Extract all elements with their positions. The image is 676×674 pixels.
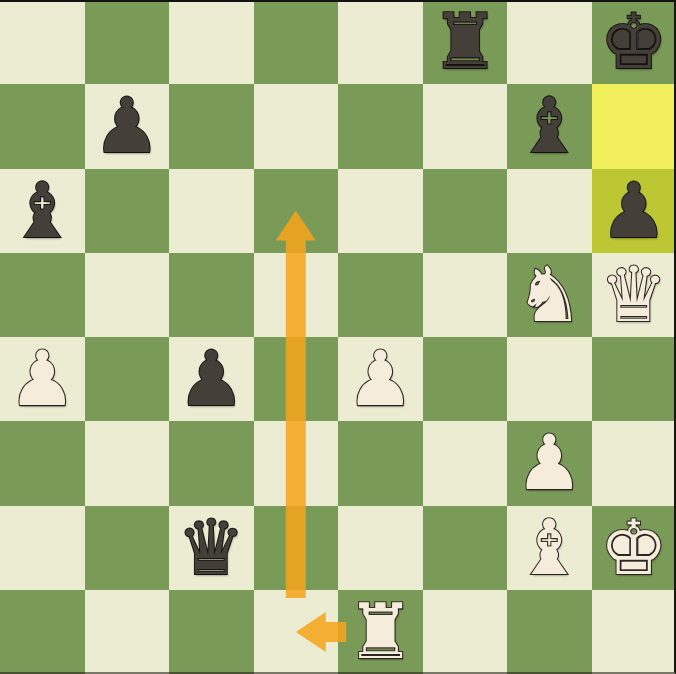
piece-white-pawn-a4[interactable]: ♟ bbox=[8, 341, 76, 417]
square-d3[interactable] bbox=[254, 421, 339, 505]
piece-black-pawn-h6[interactable]: ♟ bbox=[600, 173, 668, 249]
square-c8[interactable] bbox=[169, 0, 254, 84]
square-g7[interactable]: ♝ bbox=[507, 84, 592, 168]
square-g8[interactable] bbox=[507, 0, 592, 84]
square-b8[interactable] bbox=[85, 0, 170, 84]
piece-white-bishop-g2[interactable]: ♝ bbox=[515, 510, 583, 586]
piece-black-rook-f8[interactable]: ♜ bbox=[431, 4, 499, 80]
square-a6[interactable]: ♝ bbox=[0, 169, 85, 253]
piece-black-pawn-c4[interactable]: ♟ bbox=[177, 341, 245, 417]
piece-white-queen-h5[interactable]: ♛ bbox=[600, 257, 668, 333]
square-b1[interactable] bbox=[85, 590, 170, 674]
square-f5[interactable] bbox=[423, 253, 508, 337]
square-c7[interactable] bbox=[169, 84, 254, 168]
square-e2[interactable] bbox=[338, 506, 423, 590]
chess-board-wrap: ♜♚♟♝♝♟♞♛♟♟♟♟♛♝♚♜ bbox=[0, 0, 676, 674]
square-e8[interactable] bbox=[338, 0, 423, 84]
piece-black-bishop-g7[interactable]: ♝ bbox=[515, 88, 583, 164]
square-b6[interactable] bbox=[85, 169, 170, 253]
piece-white-knight-g5[interactable]: ♞ bbox=[515, 257, 583, 333]
square-c6[interactable] bbox=[169, 169, 254, 253]
square-f2[interactable] bbox=[423, 506, 508, 590]
square-g4[interactable] bbox=[507, 337, 592, 421]
square-c1[interactable] bbox=[169, 590, 254, 674]
square-a4[interactable]: ♟ bbox=[0, 337, 85, 421]
square-g5[interactable]: ♞ bbox=[507, 253, 592, 337]
piece-white-king-h2[interactable]: ♚ bbox=[600, 510, 668, 586]
piece-black-queen-c2[interactable]: ♛ bbox=[177, 510, 245, 586]
square-a8[interactable] bbox=[0, 0, 85, 84]
square-a7[interactable] bbox=[0, 84, 85, 168]
square-d7[interactable] bbox=[254, 84, 339, 168]
square-e6[interactable] bbox=[338, 169, 423, 253]
square-a3[interactable] bbox=[0, 421, 85, 505]
square-a1[interactable] bbox=[0, 590, 85, 674]
square-h1[interactable] bbox=[592, 590, 676, 674]
square-f7[interactable] bbox=[423, 84, 508, 168]
square-f4[interactable] bbox=[423, 337, 508, 421]
piece-white-pawn-e4[interactable]: ♟ bbox=[346, 341, 414, 417]
square-g1[interactable] bbox=[507, 590, 592, 674]
square-e5[interactable] bbox=[338, 253, 423, 337]
piece-black-king-h8[interactable]: ♚ bbox=[600, 4, 668, 80]
square-f6[interactable] bbox=[423, 169, 508, 253]
square-b5[interactable] bbox=[85, 253, 170, 337]
square-g3[interactable]: ♟ bbox=[507, 421, 592, 505]
square-c3[interactable] bbox=[169, 421, 254, 505]
square-e1[interactable]: ♜ bbox=[338, 590, 423, 674]
square-h6[interactable]: ♟ bbox=[592, 169, 676, 253]
square-g2[interactable]: ♝ bbox=[507, 506, 592, 590]
square-d4[interactable] bbox=[254, 337, 339, 421]
piece-white-rook-e1[interactable]: ♜ bbox=[346, 594, 414, 670]
square-h2[interactable]: ♚ bbox=[592, 506, 676, 590]
square-b2[interactable] bbox=[85, 506, 170, 590]
square-e3[interactable] bbox=[338, 421, 423, 505]
square-c2[interactable]: ♛ bbox=[169, 506, 254, 590]
square-d2[interactable] bbox=[254, 506, 339, 590]
square-g6[interactable] bbox=[507, 169, 592, 253]
piece-white-pawn-g3[interactable]: ♟ bbox=[515, 425, 583, 501]
square-c5[interactable] bbox=[169, 253, 254, 337]
square-h3[interactable] bbox=[592, 421, 676, 505]
piece-black-bishop-a6[interactable]: ♝ bbox=[8, 173, 76, 249]
square-e7[interactable] bbox=[338, 84, 423, 168]
square-a5[interactable] bbox=[0, 253, 85, 337]
square-d8[interactable] bbox=[254, 0, 339, 84]
square-h7[interactable] bbox=[592, 84, 676, 168]
square-h8[interactable]: ♚ bbox=[592, 0, 676, 84]
square-b4[interactable] bbox=[85, 337, 170, 421]
square-h5[interactable]: ♛ bbox=[592, 253, 676, 337]
square-h4[interactable] bbox=[592, 337, 676, 421]
square-f1[interactable] bbox=[423, 590, 508, 674]
square-f8[interactable]: ♜ bbox=[423, 0, 508, 84]
square-c4[interactable]: ♟ bbox=[169, 337, 254, 421]
square-b7[interactable]: ♟ bbox=[85, 84, 170, 168]
square-b3[interactable] bbox=[85, 421, 170, 505]
square-f3[interactable] bbox=[423, 421, 508, 505]
chess-board[interactable]: ♜♚♟♝♝♟♞♛♟♟♟♟♛♝♚♜ bbox=[0, 0, 676, 674]
square-d1[interactable] bbox=[254, 590, 339, 674]
square-d5[interactable] bbox=[254, 253, 339, 337]
square-e4[interactable]: ♟ bbox=[338, 337, 423, 421]
square-d6[interactable] bbox=[254, 169, 339, 253]
piece-black-pawn-b7[interactable]: ♟ bbox=[93, 88, 161, 164]
square-a2[interactable] bbox=[0, 506, 85, 590]
